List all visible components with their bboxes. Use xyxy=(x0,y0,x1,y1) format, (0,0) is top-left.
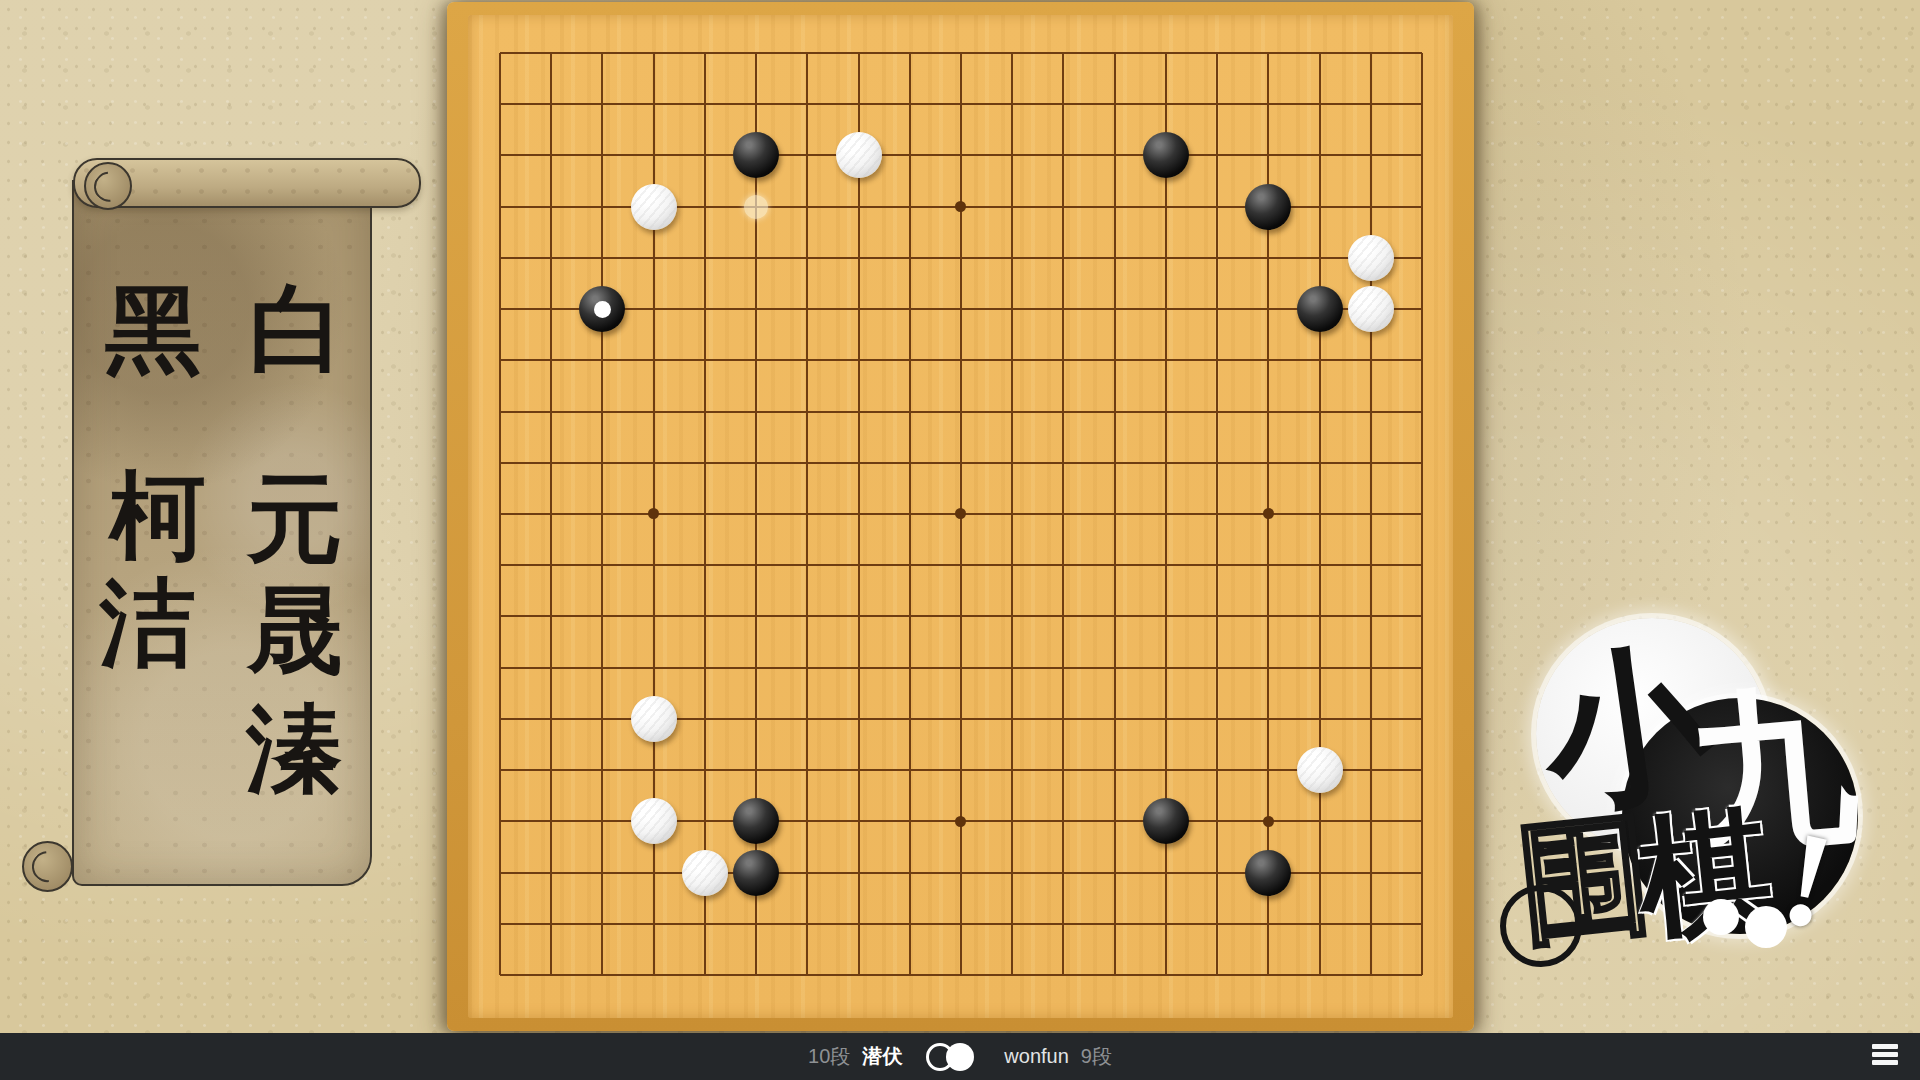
star-point xyxy=(1263,508,1274,519)
white-stone-icon xyxy=(946,1043,974,1071)
go-board xyxy=(447,2,1474,1031)
app-logo: 小 九 围 棋 ! xyxy=(1490,600,1910,1020)
white-stone xyxy=(631,798,677,844)
grid-line-vertical xyxy=(1370,53,1372,975)
black-stone xyxy=(733,798,779,844)
grid-line-vertical xyxy=(1062,53,1064,975)
white-stone xyxy=(631,696,677,742)
white-player-char-3: 溱 xyxy=(234,694,354,806)
black-stone xyxy=(1143,798,1189,844)
grid-line-vertical xyxy=(1319,53,1321,975)
white-stone xyxy=(682,850,728,896)
scroll-spiral-knob-top xyxy=(84,162,132,210)
grid-line-vertical xyxy=(1421,53,1423,975)
black-stone xyxy=(1297,286,1343,332)
white-stone xyxy=(836,132,882,178)
grid-line-horizontal xyxy=(500,667,1422,669)
grid-line-vertical xyxy=(1011,53,1013,975)
match-info: 10段 潜伏 wonfun 9段 xyxy=(808,1043,1112,1071)
white-player-char-2: 晟 xyxy=(235,575,355,687)
grid-line-vertical xyxy=(1114,53,1116,975)
black-stone xyxy=(1143,132,1189,178)
star-point xyxy=(955,201,966,212)
ghost-stone xyxy=(744,195,768,219)
last-move-marker xyxy=(594,301,611,318)
black-player-char-1: 柯 xyxy=(98,461,218,573)
logo-white-dot-small xyxy=(1703,899,1739,935)
white-rank: 9段 xyxy=(1081,1043,1112,1070)
white-stone xyxy=(631,184,677,230)
board-grid[interactable] xyxy=(500,53,1422,975)
logo-white-dot-large xyxy=(1745,906,1787,948)
black-stone xyxy=(1245,184,1291,230)
black-stone xyxy=(733,850,779,896)
white-stone xyxy=(1348,286,1394,332)
white-stone xyxy=(1297,747,1343,793)
star-point xyxy=(955,508,966,519)
grid-line-vertical xyxy=(1216,53,1218,975)
scroll-spiral-knob-bottom xyxy=(22,841,73,892)
grid-line-horizontal xyxy=(500,974,1422,976)
black-player-char-2: 洁 xyxy=(88,568,208,680)
white-player-name: wonfun xyxy=(1004,1045,1069,1068)
black-stone xyxy=(1245,850,1291,896)
white-label: 白 xyxy=(237,274,357,386)
star-point xyxy=(955,816,966,827)
black-player-name: 潜伏 xyxy=(862,1043,902,1070)
black-stone xyxy=(733,132,779,178)
white-stone xyxy=(1348,235,1394,281)
black-rank: 10段 xyxy=(808,1043,850,1070)
black-label: 黑 xyxy=(93,275,213,387)
star-point xyxy=(648,508,659,519)
bottom-bar: 10段 潜伏 wonfun 9段 xyxy=(0,1033,1920,1080)
color-toggle[interactable] xyxy=(920,1043,986,1071)
grid-line-horizontal xyxy=(500,923,1422,925)
grid-line-horizontal xyxy=(500,615,1422,617)
grid-line-horizontal xyxy=(500,564,1422,566)
player-scroll: 黑 柯 洁 白 元 晟 溱 xyxy=(0,0,460,920)
white-player-char-1: 元 xyxy=(235,464,355,576)
menu-icon[interactable] xyxy=(1872,1044,1898,1069)
grid-line-horizontal xyxy=(500,769,1422,771)
star-point xyxy=(1263,816,1274,827)
black-stone xyxy=(579,286,625,332)
